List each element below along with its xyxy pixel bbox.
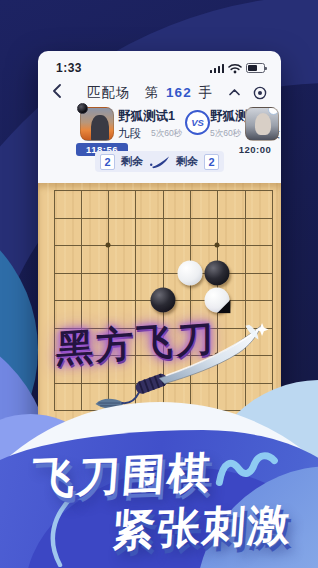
black-stone-badge bbox=[77, 103, 88, 114]
status-bar: 1:33 bbox=[38, 51, 281, 77]
white-byoyomi: 5次60秒 bbox=[210, 128, 241, 140]
back-chevron-icon bbox=[52, 84, 61, 98]
remaining-label-left: 剩余 bbox=[121, 154, 143, 169]
black-byoyomi: 5次60秒 bbox=[151, 128, 182, 140]
collapse-chevron-icon[interactable] bbox=[228, 86, 241, 99]
knife-counter-bar: 2 剩余 剩余 2 bbox=[95, 151, 224, 172]
knife-icon bbox=[149, 155, 170, 169]
last-move-marker bbox=[217, 300, 231, 314]
black-knives-count: 2 bbox=[100, 154, 115, 170]
battery-icon bbox=[246, 63, 265, 73]
black-player-name: 野狐测试1 bbox=[118, 108, 175, 125]
players-panel: 野狐测试1 九段 5次60秒 118:56 VS 野狐测试2 5次60秒 九段 … bbox=[38, 107, 281, 157]
move-number: 162 bbox=[164, 85, 194, 100]
white-knives-count: 2 bbox=[204, 154, 219, 170]
room-title: 匹配场 第 162 手 bbox=[72, 84, 228, 102]
signal-icon bbox=[210, 64, 225, 73]
black-stone-G6 bbox=[205, 260, 230, 285]
flying-knife-icon bbox=[93, 323, 271, 415]
grid-line bbox=[272, 190, 273, 410]
white-stone-G5 bbox=[205, 288, 230, 313]
black-player-rank: 九段 bbox=[118, 126, 141, 141]
phone-screenshot: 1:33 匹配场 第 162 手 bbox=[38, 51, 281, 455]
move-prefix: 第 bbox=[145, 85, 160, 100]
star-point bbox=[215, 243, 220, 248]
back-button[interactable] bbox=[52, 84, 72, 102]
status-time: 1:33 bbox=[56, 61, 82, 75]
move-suffix: 手 bbox=[198, 85, 213, 100]
remaining-label-right: 剩余 bbox=[176, 154, 198, 169]
headline-tagline: 紧张刺激 bbox=[110, 496, 295, 560]
white-stone-badge bbox=[268, 107, 279, 115]
headline-app-name: 飞刀围棋 bbox=[30, 444, 215, 508]
poster-canvas: 1:33 匹配场 第 162 手 bbox=[0, 0, 318, 568]
room-name: 匹配场 bbox=[87, 85, 131, 100]
white-player-avatar[interactable] bbox=[245, 107, 279, 141]
black-stone-E5 bbox=[150, 288, 175, 313]
white-stone-F6 bbox=[178, 260, 203, 285]
wifi-icon bbox=[228, 63, 242, 74]
star-point bbox=[106, 243, 111, 248]
white-clock: 120:00 bbox=[229, 144, 281, 155]
vs-badge: VS bbox=[185, 110, 210, 135]
target-icon[interactable] bbox=[253, 86, 267, 100]
nav-bar: 匹配场 第 162 手 bbox=[38, 81, 281, 105]
